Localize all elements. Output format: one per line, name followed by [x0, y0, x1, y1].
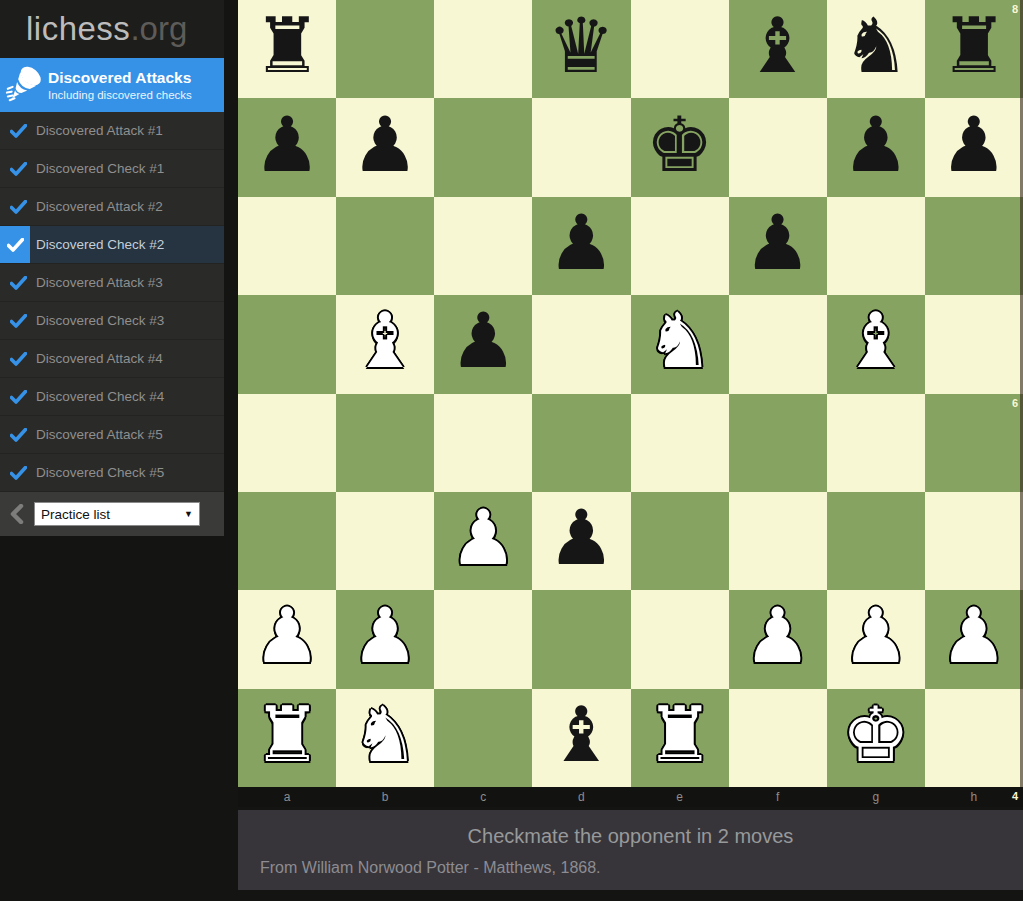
practice-header[interactable]: Discovered Attacks Including discovered … [0, 58, 224, 112]
square-h8[interactable]: ♜8 [925, 0, 1023, 98]
puzzle-item[interactable]: Discovered Check #4 [0, 378, 224, 416]
rank-coordinate: 7 [1012, 200, 1018, 212]
white-knight[interactable]: ♞ [351, 697, 419, 773]
file-coordinates: abcdefgh [238, 787, 1023, 807]
square-b1[interactable]: ♞ [336, 689, 434, 787]
square-c7[interactable] [434, 98, 532, 196]
square-e2[interactable] [631, 590, 729, 688]
puzzle-item-label: Discovered Check #5 [36, 465, 164, 480]
file-coordinate: b [336, 787, 434, 807]
square-f5[interactable] [729, 295, 827, 393]
square-a8[interactable]: ♜ [238, 0, 336, 98]
chessboard-area: ♜♛♝♞♜8♟♟♚♟♟7♟♟6♝♟♞♝54♟♟3♟♟♟♟♟2♜♞♝♜♚1 [238, 0, 1023, 787]
brand-text: lichess [26, 10, 130, 48]
white-pawn[interactable]: ♟ [842, 598, 910, 674]
square-e5[interactable]: ♞ [631, 295, 729, 393]
square-a7[interactable]: ♟ [238, 98, 336, 196]
square-d2[interactable] [532, 590, 630, 688]
square-d1[interactable]: ♝ [532, 689, 630, 787]
chevron-left-icon[interactable] [0, 504, 34, 524]
square-b7[interactable]: ♟ [336, 98, 434, 196]
square-c4[interactable] [434, 394, 532, 492]
square-c1[interactable] [434, 689, 532, 787]
square-e1[interactable]: ♜ [631, 689, 729, 787]
puzzle-item-label: Discovered Check #3 [36, 313, 164, 328]
rank-coordinate: 6 [1012, 397, 1018, 409]
puzzle-item[interactable]: Discovered Attack #1 [0, 112, 224, 150]
square-d4[interactable] [532, 394, 630, 492]
check-icon [0, 340, 36, 377]
black-pawn[interactable]: ♟ [351, 107, 419, 183]
square-f7[interactable] [729, 98, 827, 196]
square-f2[interactable]: ♟ [729, 590, 827, 688]
rank-coordinate: 4 [1012, 790, 1018, 802]
black-queen[interactable]: ♛ [547, 8, 615, 84]
puzzle-list: Discovered Attack #1Discovered Check #1D… [0, 112, 224, 492]
square-b5[interactable]: ♝ [336, 295, 434, 393]
square-b4[interactable] [336, 394, 434, 492]
square-e4[interactable] [631, 394, 729, 492]
brand-suffix-text: .org [130, 10, 187, 48]
chessboard[interactable]: ♜♛♝♞♜8♟♟♚♟♟7♟♟6♝♟♞♝54♟♟3♟♟♟♟♟2♜♞♝♜♚1 [238, 0, 1023, 787]
puzzle-item-label: Discovered Attack #2 [36, 199, 163, 214]
check-icon [0, 302, 36, 339]
puzzle-item-label: Discovered Attack #3 [36, 275, 163, 290]
square-b6[interactable] [336, 197, 434, 295]
square-h3[interactable]: 3 [925, 492, 1023, 590]
black-rook[interactable]: ♜ [253, 8, 321, 84]
puzzle-item-label: Discovered Check #4 [36, 389, 164, 404]
square-d3[interactable]: ♟ [532, 492, 630, 590]
puzzle-item[interactable]: Discovered Attack #2 [0, 188, 224, 226]
square-f6[interactable]: ♟ [729, 197, 827, 295]
practice-subtitle: Including discovered checks [48, 88, 192, 102]
square-g4[interactable] [827, 394, 925, 492]
square-g1[interactable]: ♚ [827, 689, 925, 787]
square-h7[interactable]: ♟7 [925, 98, 1023, 196]
square-c3[interactable]: ♟ [434, 492, 532, 590]
puzzle-item[interactable]: Discovered Check #5 [0, 454, 224, 492]
white-bishop[interactable]: ♝ [351, 303, 419, 379]
task-panel: Checkmate the opponent in 2 moves From W… [238, 810, 1023, 890]
black-pawn[interactable]: ♟ [547, 500, 615, 576]
black-rook[interactable]: ♜ [940, 8, 1008, 84]
puzzle-item[interactable]: Discovered Attack #3 [0, 264, 224, 302]
square-g8[interactable]: ♞ [827, 0, 925, 98]
square-g2[interactable]: ♟ [827, 590, 925, 688]
black-bishop[interactable]: ♝ [744, 8, 812, 84]
black-pawn[interactable]: ♟ [842, 107, 910, 183]
square-c5[interactable]: ♟ [434, 295, 532, 393]
black-bishop[interactable]: ♝ [547, 697, 615, 773]
square-a1[interactable]: ♜ [238, 689, 336, 787]
square-f3[interactable] [729, 492, 827, 590]
black-pawn[interactable]: ♟ [940, 107, 1008, 183]
square-h5[interactable]: 5 [925, 295, 1023, 393]
puzzle-item-label: Discovered Check #2 [36, 237, 164, 252]
rank-coordinate: 8 [1012, 3, 1018, 15]
check-icon [0, 416, 36, 453]
square-b2[interactable]: ♟ [336, 590, 434, 688]
square-g5[interactable]: ♝ [827, 295, 925, 393]
check-icon [0, 112, 36, 149]
drill-spiral-icon [0, 65, 48, 105]
square-h2[interactable]: ♟2 [925, 590, 1023, 688]
white-rook[interactable]: ♜ [253, 697, 321, 773]
lichess-logo[interactable]: lichess.org [0, 0, 224, 58]
square-h1[interactable]: 1 [925, 689, 1023, 787]
square-g6[interactable] [827, 197, 925, 295]
square-a5[interactable] [238, 295, 336, 393]
square-a6[interactable] [238, 197, 336, 295]
black-pawn[interactable]: ♟ [744, 205, 812, 281]
task-goal: Checkmate the opponent in 2 moves [238, 825, 1023, 848]
square-f8[interactable]: ♝ [729, 0, 827, 98]
square-a4[interactable] [238, 394, 336, 492]
file-coordinate: g [827, 787, 925, 807]
puzzle-item[interactable]: Discovered Check #2 [0, 226, 224, 264]
square-d8[interactable]: ♛ [532, 0, 630, 98]
white-pawn[interactable]: ♟ [351, 598, 419, 674]
file-coordinate: d [532, 787, 630, 807]
puzzle-item[interactable]: Discovered Check #3 [0, 302, 224, 340]
check-icon [0, 264, 36, 301]
puzzle-item[interactable]: Discovered Attack #4 [0, 340, 224, 378]
check-icon [0, 378, 36, 415]
sidebar: lichess.org Discovered Attacks [0, 0, 224, 901]
sidebar-footer: Practice list ▼ [0, 492, 224, 536]
file-coordinate: h [925, 787, 1023, 807]
puzzle-item-label: Discovered Check #1 [36, 161, 164, 176]
square-e6[interactable] [631, 197, 729, 295]
white-knight[interactable]: ♞ [645, 303, 713, 379]
check-icon [0, 150, 36, 187]
square-b8[interactable] [336, 0, 434, 98]
check-icon [0, 226, 30, 263]
white-pawn[interactable]: ♟ [940, 598, 1008, 674]
white-rook[interactable]: ♜ [645, 697, 713, 773]
square-c8[interactable] [434, 0, 532, 98]
puzzle-item-label: Discovered Attack #5 [36, 427, 163, 442]
white-bishop[interactable]: ♝ [842, 303, 910, 379]
puzzle-item-label: Discovered Attack #1 [36, 123, 163, 138]
file-coordinate: a [238, 787, 336, 807]
puzzle-item[interactable]: Discovered Check #1 [0, 150, 224, 188]
square-a3[interactable] [238, 492, 336, 590]
rank-coordinate: 5 [1012, 593, 1018, 605]
square-c2[interactable] [434, 590, 532, 688]
square-d7[interactable] [532, 98, 630, 196]
check-icon [0, 454, 36, 491]
black-pawn[interactable]: ♟ [253, 107, 321, 183]
square-e8[interactable] [631, 0, 729, 98]
puzzle-item-label: Discovered Attack #4 [36, 351, 163, 366]
square-h4[interactable]: 4 [925, 394, 1023, 492]
square-d6[interactable]: ♟ [532, 197, 630, 295]
file-coordinate: c [434, 787, 532, 807]
dropdown-arrow-icon: ▼ [184, 509, 193, 519]
file-coordinate: f [729, 787, 827, 807]
white-pawn[interactable]: ♟ [253, 598, 321, 674]
black-king[interactable]: ♚ [645, 107, 713, 183]
file-coordinate: e [631, 787, 729, 807]
task-source: From William Norwood Potter - Matthews, … [238, 859, 1023, 877]
white-king[interactable]: ♚ [842, 697, 910, 773]
square-e7[interactable]: ♚ [631, 98, 729, 196]
puzzle-item[interactable]: Discovered Attack #5 [0, 416, 224, 454]
select-value: Practice list [41, 507, 184, 522]
black-pawn[interactable]: ♟ [449, 303, 517, 379]
sidebar-filler [0, 536, 224, 901]
practice-list-select[interactable]: Practice list ▼ [34, 502, 200, 526]
square-g7[interactable]: ♟ [827, 98, 925, 196]
square-f4[interactable] [729, 394, 827, 492]
square-a2[interactable]: ♟ [238, 590, 336, 688]
square-c6[interactable] [434, 197, 532, 295]
square-e3[interactable] [631, 492, 729, 590]
square-d5[interactable] [532, 295, 630, 393]
white-pawn[interactable]: ♟ [744, 598, 812, 674]
square-f1[interactable] [729, 689, 827, 787]
square-h6[interactable]: 6 [925, 197, 1023, 295]
practice-title: Discovered Attacks [48, 68, 192, 87]
check-icon [0, 188, 36, 225]
square-g3[interactable] [827, 492, 925, 590]
black-pawn[interactable]: ♟ [547, 205, 615, 281]
square-b3[interactable] [336, 492, 434, 590]
black-knight[interactable]: ♞ [842, 8, 910, 84]
white-pawn[interactable]: ♟ [449, 500, 517, 576]
